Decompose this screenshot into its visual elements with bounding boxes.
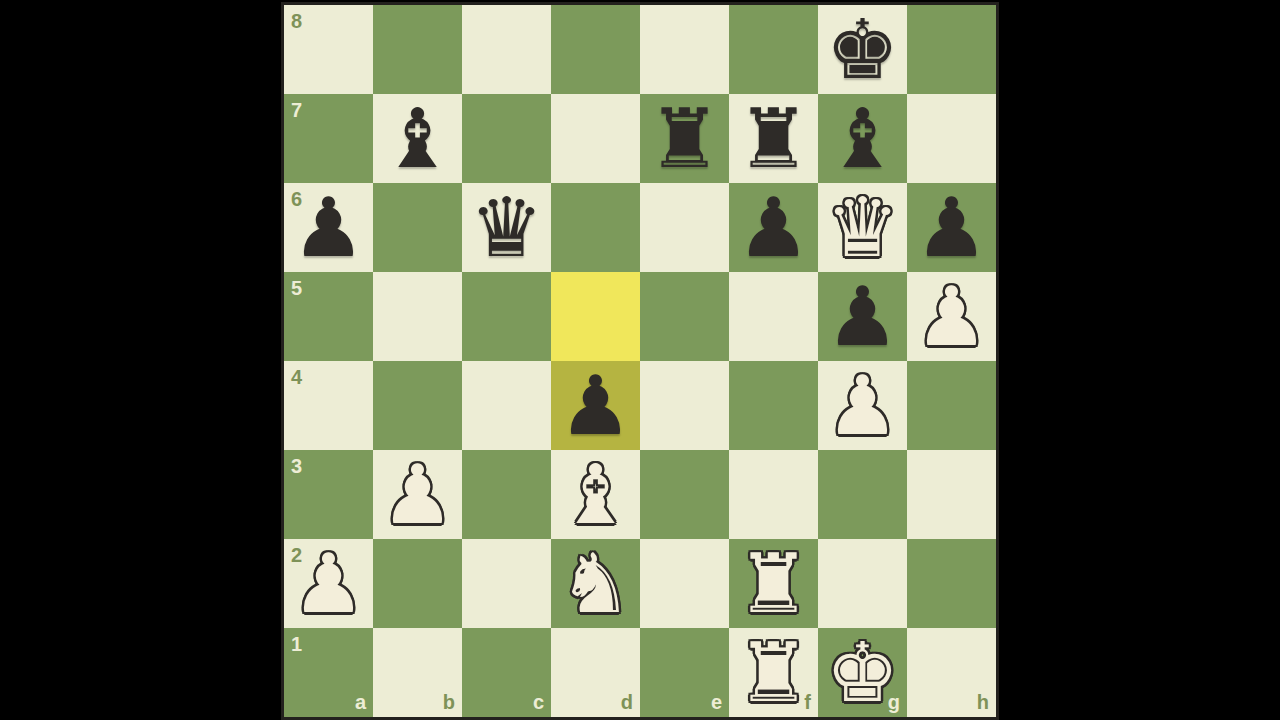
square-g8[interactable]: ♚	[818, 5, 907, 94]
piece-white-pawn[interactable]: ♟	[284, 539, 373, 628]
square-f2[interactable]: ♜	[729, 539, 818, 628]
piece-white-rook[interactable]: ♜	[729, 539, 818, 628]
square-h1[interactable]: h	[907, 628, 996, 717]
board-frame: 8♚7♝♜♜♝6♟♛♟♛♟5♟♟4♟♟3♟♝2♟♞♜1abcdef♜g♚h	[281, 2, 999, 720]
square-f7[interactable]: ♜	[729, 94, 818, 183]
square-a3[interactable]: 3	[284, 450, 373, 539]
square-c5[interactable]	[462, 272, 551, 361]
square-g4[interactable]: ♟	[818, 361, 907, 450]
square-d1[interactable]: d	[551, 628, 640, 717]
square-e4[interactable]	[640, 361, 729, 450]
square-b7[interactable]: ♝	[373, 94, 462, 183]
square-b8[interactable]	[373, 5, 462, 94]
square-e8[interactable]	[640, 5, 729, 94]
piece-white-pawn[interactable]: ♟	[818, 361, 907, 450]
square-e1[interactable]: e	[640, 628, 729, 717]
piece-white-rook[interactable]: ♜	[729, 628, 818, 717]
square-c8[interactable]	[462, 5, 551, 94]
square-h2[interactable]	[907, 539, 996, 628]
file-label-b: b	[443, 692, 455, 712]
square-d5[interactable]	[551, 272, 640, 361]
piece-white-pawn[interactable]: ♟	[907, 272, 996, 361]
piece-black-queen[interactable]: ♛	[462, 183, 551, 272]
square-g5[interactable]: ♟	[818, 272, 907, 361]
rank-label-8: 8	[291, 11, 302, 31]
square-c3[interactable]	[462, 450, 551, 539]
square-f8[interactable]	[729, 5, 818, 94]
square-b6[interactable]	[373, 183, 462, 272]
letterbox-left	[0, 0, 284, 720]
square-g1[interactable]: g♚	[818, 628, 907, 717]
square-f6[interactable]: ♟	[729, 183, 818, 272]
square-a8[interactable]: 8	[284, 5, 373, 94]
square-b1[interactable]: b	[373, 628, 462, 717]
piece-white-pawn[interactable]: ♟	[373, 450, 462, 539]
piece-black-bishop[interactable]: ♝	[373, 94, 462, 183]
square-c7[interactable]	[462, 94, 551, 183]
piece-black-bishop[interactable]: ♝	[818, 94, 907, 183]
file-label-h: h	[977, 692, 989, 712]
square-h8[interactable]	[907, 5, 996, 94]
piece-black-king[interactable]: ♚	[818, 5, 907, 94]
file-label-d: d	[621, 692, 633, 712]
square-c1[interactable]: c	[462, 628, 551, 717]
square-b4[interactable]	[373, 361, 462, 450]
file-label-c: c	[533, 692, 544, 712]
video-frame: 8♚7♝♜♜♝6♟♛♟♛♟5♟♟4♟♟3♟♝2♟♞♜1abcdef♜g♚h	[0, 0, 1280, 720]
square-a1[interactable]: 1a	[284, 628, 373, 717]
letterbox-right	[996, 0, 1280, 720]
square-f5[interactable]	[729, 272, 818, 361]
square-b2[interactable]	[373, 539, 462, 628]
square-d2[interactable]: ♞	[551, 539, 640, 628]
square-b3[interactable]: ♟	[373, 450, 462, 539]
piece-black-pawn[interactable]: ♟	[818, 272, 907, 361]
rank-label-1: 1	[291, 634, 302, 654]
rank-label-3: 3	[291, 456, 302, 476]
square-e7[interactable]: ♜	[640, 94, 729, 183]
square-f4[interactable]	[729, 361, 818, 450]
rank-label-7: 7	[291, 100, 302, 120]
piece-black-pawn[interactable]: ♟	[907, 183, 996, 272]
square-d7[interactable]	[551, 94, 640, 183]
square-h3[interactable]	[907, 450, 996, 539]
piece-white-bishop[interactable]: ♝	[551, 450, 640, 539]
square-e3[interactable]	[640, 450, 729, 539]
square-a6[interactable]: 6♟	[284, 183, 373, 272]
square-g7[interactable]: ♝	[818, 94, 907, 183]
square-a2[interactable]: 2♟	[284, 539, 373, 628]
square-f1[interactable]: f♜	[729, 628, 818, 717]
square-a7[interactable]: 7	[284, 94, 373, 183]
file-label-a: a	[355, 692, 366, 712]
piece-black-pawn[interactable]: ♟	[551, 361, 640, 450]
piece-black-pawn[interactable]: ♟	[729, 183, 818, 272]
square-e2[interactable]	[640, 539, 729, 628]
square-g3[interactable]	[818, 450, 907, 539]
square-g2[interactable]	[818, 539, 907, 628]
piece-black-rook[interactable]: ♜	[729, 94, 818, 183]
rank-label-4: 4	[291, 367, 302, 387]
piece-black-rook[interactable]: ♜	[640, 94, 729, 183]
piece-white-king[interactable]: ♚	[818, 628, 907, 717]
piece-black-pawn[interactable]: ♟	[284, 183, 373, 272]
square-a4[interactable]: 4	[284, 361, 373, 450]
square-h7[interactable]	[907, 94, 996, 183]
rank-label-5: 5	[291, 278, 302, 298]
square-a5[interactable]: 5	[284, 272, 373, 361]
square-h6[interactable]: ♟	[907, 183, 996, 272]
square-d3[interactable]: ♝	[551, 450, 640, 539]
square-d8[interactable]	[551, 5, 640, 94]
square-c6[interactable]: ♛	[462, 183, 551, 272]
square-g6[interactable]: ♛	[818, 183, 907, 272]
square-d4[interactable]: ♟	[551, 361, 640, 450]
chess-board: 8♚7♝♜♜♝6♟♛♟♛♟5♟♟4♟♟3♟♝2♟♞♜1abcdef♜g♚h	[284, 5, 996, 717]
square-b5[interactable]	[373, 272, 462, 361]
file-label-e: e	[711, 692, 722, 712]
square-f3[interactable]	[729, 450, 818, 539]
square-e6[interactable]	[640, 183, 729, 272]
square-c4[interactable]	[462, 361, 551, 450]
piece-white-knight[interactable]: ♞	[551, 539, 640, 628]
square-c2[interactable]	[462, 539, 551, 628]
square-e5[interactable]	[640, 272, 729, 361]
square-h5[interactable]: ♟	[907, 272, 996, 361]
square-h4[interactable]	[907, 361, 996, 450]
square-d6[interactable]	[551, 183, 640, 272]
piece-white-queen[interactable]: ♛	[818, 183, 907, 272]
